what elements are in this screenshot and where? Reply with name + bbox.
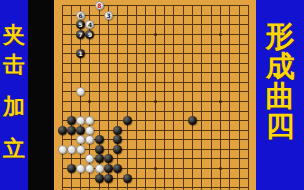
white-stone [85, 126, 94, 135]
black-stone-move-7: 7 [76, 30, 85, 39]
white-stone [85, 164, 94, 173]
board-grid-line-h [62, 72, 250, 73]
board-grid-line-h [62, 91, 250, 92]
letterbox-strip [28, 0, 54, 190]
board-grid-line-h [62, 82, 250, 83]
board-grid-line-h [62, 44, 250, 45]
white-stone-move-6: 6 [76, 11, 85, 20]
black-stone [104, 164, 113, 173]
black-stone [113, 164, 122, 173]
white-stone [58, 145, 67, 154]
black-stone [104, 174, 113, 183]
black-stone [95, 174, 104, 183]
black-stone [67, 116, 76, 125]
right-caption-char-4: 四 [266, 112, 295, 141]
board-grid-line-h [62, 149, 250, 150]
star-point [154, 100, 157, 103]
go-lesson-video-frame: 夹击加立 86354791 形成曲四 [0, 0, 304, 190]
star-point [154, 33, 157, 36]
board-grid-line-h [62, 15, 250, 16]
right-caption-char-1: 形 [266, 22, 295, 51]
star-point [219, 33, 222, 36]
board-grid-line-h [62, 187, 250, 188]
black-stone-move-1: 1 [76, 49, 85, 58]
black-stone [123, 116, 132, 125]
star-point [219, 167, 222, 170]
white-stone [76, 135, 85, 144]
board-grid-line-h [62, 5, 250, 6]
left-caption-char-2: 击 [3, 54, 25, 76]
board-grid-line-h [62, 63, 250, 64]
black-stone [67, 164, 76, 173]
white-stone-move-3: 3 [104, 11, 113, 20]
white-stone [85, 135, 94, 144]
white-stone-move-8: 8 [95, 1, 104, 10]
star-point [154, 167, 157, 170]
left-caption-bar: 夹击加立 [0, 0, 28, 190]
right-caption-bar: 形成曲四 [256, 0, 304, 190]
white-stone [85, 154, 94, 163]
black-stone [113, 135, 122, 144]
board-grid-line-h [62, 178, 250, 179]
white-stone [67, 145, 76, 154]
black-stone [123, 174, 132, 183]
black-stone-move-9: 9 [85, 30, 94, 39]
right-caption-char-3: 曲 [266, 82, 295, 111]
black-stone [95, 154, 104, 163]
black-stone [113, 145, 122, 154]
black-stone [95, 145, 104, 154]
black-stone [113, 126, 122, 135]
go-board[interactable]: 86354791 [54, 0, 256, 190]
white-stone [76, 164, 85, 173]
white-stone [76, 145, 85, 154]
black-stone-move-5: 5 [76, 20, 85, 29]
black-stone [76, 126, 85, 135]
white-stone [76, 116, 85, 125]
white-stone [85, 116, 94, 125]
left-caption-char-3: 加 [3, 96, 25, 118]
black-stone [104, 154, 113, 163]
white-stone [95, 164, 104, 173]
black-stone [95, 135, 104, 144]
right-caption-char-2: 成 [266, 52, 295, 81]
star-point [219, 100, 222, 103]
board-grid-line-h [62, 111, 250, 112]
left-caption-char-1: 夹 [3, 24, 25, 46]
black-stone [67, 126, 76, 135]
board-grid-line-h [62, 53, 250, 54]
left-caption-char-4: 立 [3, 138, 25, 160]
white-stone-move-4: 4 [85, 20, 94, 29]
black-stone [58, 126, 67, 135]
black-stone [188, 116, 197, 125]
white-stone [76, 87, 85, 96]
